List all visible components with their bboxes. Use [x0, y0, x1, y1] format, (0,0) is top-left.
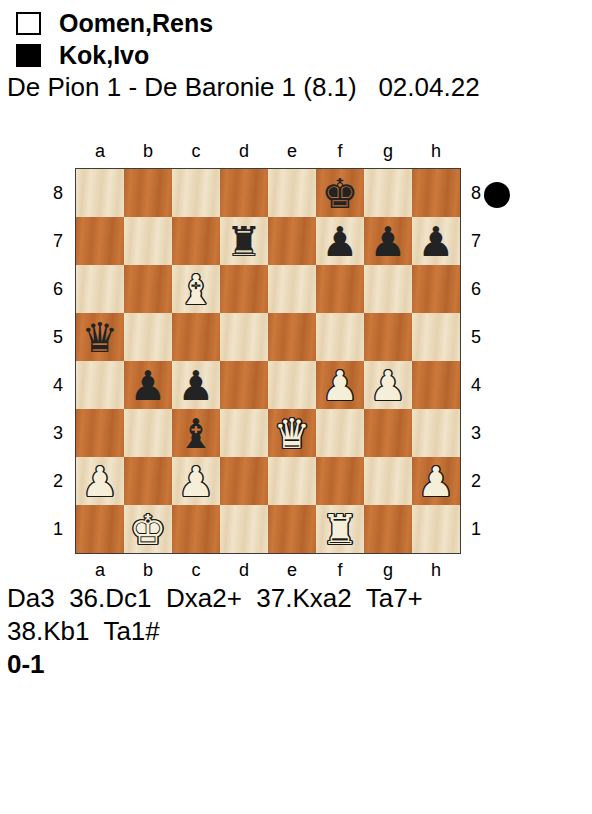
- moves-block: Da3 36.Dc1 Dxa2+ 37.Kxa2 Ta7+ 38.Kb1 Ta1…: [7, 582, 423, 681]
- black-player-name: Kok,Ivo: [59, 41, 149, 70]
- file-label-f: f: [316, 558, 364, 582]
- moves-line-2: 38.Kb1 Ta1#: [7, 615, 423, 648]
- file-label-c: c: [172, 139, 220, 163]
- square-d8: [220, 169, 268, 217]
- square-b5: [124, 313, 172, 361]
- file-label-h: h: [412, 558, 460, 582]
- square-b6: [124, 265, 172, 313]
- file-label-b: b: [124, 139, 172, 163]
- rank-labels-right: 87654321: [466, 169, 486, 553]
- square-b2: [124, 457, 172, 505]
- rank-label-6: 6: [48, 265, 68, 313]
- file-label-f: f: [316, 139, 364, 163]
- square-e8: [268, 169, 316, 217]
- square-g1: [364, 505, 412, 553]
- square-d1: [220, 505, 268, 553]
- square-a2: ♟: [76, 457, 124, 505]
- square-f3: [316, 409, 364, 457]
- square-b8: [124, 169, 172, 217]
- square-f7: ♟: [316, 217, 364, 265]
- moves-line-1: Da3 36.Dc1 Dxa2+ 37.Kxa2 Ta7+: [7, 582, 423, 615]
- square-c3: ♝: [172, 409, 220, 457]
- white-pawn-c2: ♟: [172, 457, 220, 505]
- square-a5: ♛: [76, 313, 124, 361]
- rank-label-5: 5: [48, 313, 68, 361]
- square-c7: [172, 217, 220, 265]
- square-g7: ♟: [364, 217, 412, 265]
- square-h7: ♟: [412, 217, 460, 265]
- square-e4: [268, 361, 316, 409]
- file-label-a: a: [76, 139, 124, 163]
- white-king-b1: ♚: [124, 505, 172, 553]
- file-label-e: e: [268, 558, 316, 582]
- square-e7: [268, 217, 316, 265]
- black-pawn-g7: ♟: [364, 217, 412, 265]
- square-c6: ♝: [172, 265, 220, 313]
- file-label-c: c: [172, 558, 220, 582]
- square-c2: ♟: [172, 457, 220, 505]
- file-label-d: d: [220, 558, 268, 582]
- white-pawn-g4: ♟: [364, 361, 412, 409]
- white-bishop-c6: ♝: [172, 265, 220, 313]
- white-pawn-h2: ♟: [412, 457, 460, 505]
- square-h3: [412, 409, 460, 457]
- square-d3: [220, 409, 268, 457]
- rank-label-7: 7: [48, 217, 68, 265]
- square-a7: [76, 217, 124, 265]
- file-label-d: d: [220, 139, 268, 163]
- square-b1: ♚: [124, 505, 172, 553]
- square-c5: [172, 313, 220, 361]
- square-f4: ♟: [316, 361, 364, 409]
- square-f6: [316, 265, 364, 313]
- square-b7: [124, 217, 172, 265]
- square-e2: [268, 457, 316, 505]
- square-g2: [364, 457, 412, 505]
- black-queen-a5: ♛: [76, 313, 124, 361]
- square-g8: [364, 169, 412, 217]
- black-color-icon: [16, 44, 41, 67]
- square-h1: [412, 505, 460, 553]
- square-e6: [268, 265, 316, 313]
- rank-label-8: 8: [466, 169, 486, 217]
- chess-board: ♚♜♟♟♟♝♛♟♟♟♟♝♛♟♟♟♚♜: [75, 168, 461, 554]
- square-h8: [412, 169, 460, 217]
- square-c1: [172, 505, 220, 553]
- page: Oomen,Rens Kok,Ivo De Pion 1 - De Baroni…: [0, 0, 592, 814]
- square-f1: ♜: [316, 505, 364, 553]
- square-e5: [268, 313, 316, 361]
- rank-label-3: 3: [48, 409, 68, 457]
- file-label-h: h: [412, 139, 460, 163]
- file-label-b: b: [124, 558, 172, 582]
- square-d7: ♜: [220, 217, 268, 265]
- black-to-move-indicator: [484, 182, 510, 208]
- square-d5: [220, 313, 268, 361]
- white-pawn-f4: ♟: [316, 361, 364, 409]
- rank-label-5: 5: [466, 313, 486, 361]
- white-pawn-a2: ♟: [76, 457, 124, 505]
- square-h5: [412, 313, 460, 361]
- square-b4: ♟: [124, 361, 172, 409]
- square-b3: [124, 409, 172, 457]
- file-labels-bottom: abcdefgh: [76, 558, 460, 582]
- square-d6: [220, 265, 268, 313]
- white-queen-e3: ♛: [268, 409, 316, 457]
- black-pawn-b4: ♟: [124, 361, 172, 409]
- square-a1: [76, 505, 124, 553]
- square-a8: [76, 169, 124, 217]
- square-a3: [76, 409, 124, 457]
- white-color-icon: [16, 12, 41, 35]
- file-labels-top: abcdefgh: [76, 139, 460, 163]
- square-g4: ♟: [364, 361, 412, 409]
- rank-label-1: 1: [48, 505, 68, 553]
- square-f2: [316, 457, 364, 505]
- square-f5: [316, 313, 364, 361]
- black-pawn-f7: ♟: [316, 217, 364, 265]
- square-c4: ♟: [172, 361, 220, 409]
- black-player-row: Kok,Ivo: [16, 41, 149, 70]
- square-g3: [364, 409, 412, 457]
- rank-label-1: 1: [466, 505, 486, 553]
- rank-label-2: 2: [48, 457, 68, 505]
- file-label-g: g: [364, 558, 412, 582]
- white-player-row: Oomen,Rens: [16, 9, 213, 38]
- rank-label-2: 2: [466, 457, 486, 505]
- black-king-f8: ♚: [316, 169, 364, 217]
- event-line: De Pion 1 - De Baronie 1 (8.1) 02.04.22: [7, 72, 480, 103]
- square-e3: ♛: [268, 409, 316, 457]
- rank-label-4: 4: [466, 361, 486, 409]
- rank-label-3: 3: [466, 409, 486, 457]
- white-rook-f1: ♜: [316, 505, 364, 553]
- square-c8: [172, 169, 220, 217]
- rank-label-6: 6: [466, 265, 486, 313]
- black-pawn-c4: ♟: [172, 361, 220, 409]
- square-g6: [364, 265, 412, 313]
- square-d4: [220, 361, 268, 409]
- square-a6: [76, 265, 124, 313]
- file-label-g: g: [364, 139, 412, 163]
- rank-label-8: 8: [48, 169, 68, 217]
- square-f8: ♚: [316, 169, 364, 217]
- square-h4: [412, 361, 460, 409]
- white-player-name: Oomen,Rens: [59, 9, 213, 38]
- square-g5: [364, 313, 412, 361]
- square-d2: [220, 457, 268, 505]
- square-a4: [76, 361, 124, 409]
- rank-label-4: 4: [48, 361, 68, 409]
- rank-label-7: 7: [466, 217, 486, 265]
- square-h6: [412, 265, 460, 313]
- black-pawn-h7: ♟: [412, 217, 460, 265]
- file-label-e: e: [268, 139, 316, 163]
- file-label-a: a: [76, 558, 124, 582]
- black-bishop-c3: ♝: [172, 409, 220, 457]
- square-e1: [268, 505, 316, 553]
- rank-labels-left: 87654321: [48, 169, 68, 553]
- game-result: 0-1: [7, 648, 423, 681]
- black-rook-d7: ♜: [220, 217, 268, 265]
- square-h2: ♟: [412, 457, 460, 505]
